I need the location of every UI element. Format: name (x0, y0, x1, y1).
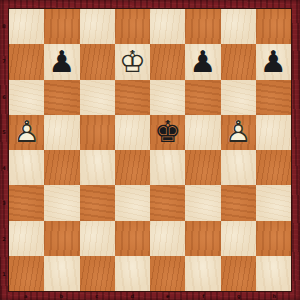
rank-label-7: 7 (0, 44, 8, 80)
square-d1[interactable] (115, 256, 150, 291)
file-label-g: g (221, 292, 257, 300)
square-c1[interactable] (80, 256, 115, 291)
black-pawn[interactable]: ♟ (44, 44, 79, 79)
square-g1[interactable] (221, 256, 256, 291)
file-label-e: e (150, 292, 186, 300)
square-e8[interactable] (150, 9, 185, 44)
square-e7[interactable] (150, 44, 185, 79)
square-d5[interactable] (115, 115, 150, 150)
square-h1[interactable] (256, 256, 291, 291)
square-f4[interactable] (185, 150, 220, 185)
square-c6[interactable] (80, 80, 115, 115)
file-label-a: a (8, 292, 44, 300)
square-g3[interactable] (221, 185, 256, 220)
square-h7[interactable]: ♟ (256, 44, 291, 79)
rank-label-8: 8 (0, 8, 8, 44)
square-f3[interactable] (185, 185, 220, 220)
square-h8[interactable] (256, 9, 291, 44)
square-f2[interactable] (185, 221, 220, 256)
square-f6[interactable] (185, 80, 220, 115)
white-pawn[interactable]: ♟ (9, 115, 44, 150)
square-a8[interactable] (9, 9, 44, 44)
square-f7[interactable]: ♟ (185, 44, 220, 79)
chess-board: ♟♚♟♟♟♚♟ (8, 8, 292, 292)
square-b5[interactable] (44, 115, 79, 150)
square-f1[interactable] (185, 256, 220, 291)
square-a1[interactable] (9, 256, 44, 291)
rank-labels: 87654321 (0, 8, 8, 292)
rank-label-1: 1 (0, 257, 8, 293)
square-d8[interactable] (115, 9, 150, 44)
square-g7[interactable] (221, 44, 256, 79)
square-e2[interactable] (150, 221, 185, 256)
square-b4[interactable] (44, 150, 79, 185)
file-label-h: h (257, 292, 293, 300)
square-b3[interactable] (44, 185, 79, 220)
square-d2[interactable] (115, 221, 150, 256)
file-label-b: b (44, 292, 80, 300)
square-e4[interactable] (150, 150, 185, 185)
square-e1[interactable] (150, 256, 185, 291)
file-labels: abcdefgh (8, 292, 292, 300)
square-h2[interactable] (256, 221, 291, 256)
square-h4[interactable] (256, 150, 291, 185)
chessboard-diagram: 87654321 abcdefgh ♟♚♟♟♟♚♟ (0, 0, 300, 300)
black-king[interactable]: ♚ (150, 115, 185, 150)
square-a5[interactable]: ♟ (9, 115, 44, 150)
file-label-d: d (115, 292, 151, 300)
square-e5[interactable]: ♚ (150, 115, 185, 150)
square-a6[interactable] (9, 80, 44, 115)
file-label-c: c (79, 292, 115, 300)
square-b8[interactable] (44, 9, 79, 44)
white-pawn[interactable]: ♟ (221, 115, 256, 150)
square-c5[interactable] (80, 115, 115, 150)
square-f8[interactable] (185, 9, 220, 44)
square-a3[interactable] (9, 185, 44, 220)
square-h3[interactable] (256, 185, 291, 220)
black-pawn[interactable]: ♟ (256, 44, 291, 79)
square-d6[interactable] (115, 80, 150, 115)
square-c3[interactable] (80, 185, 115, 220)
square-b1[interactable] (44, 256, 79, 291)
square-f5[interactable] (185, 115, 220, 150)
square-c7[interactable] (80, 44, 115, 79)
rank-label-3: 3 (0, 186, 8, 222)
square-g2[interactable] (221, 221, 256, 256)
rank-label-6: 6 (0, 79, 8, 115)
square-h5[interactable] (256, 115, 291, 150)
square-c2[interactable] (80, 221, 115, 256)
square-e6[interactable] (150, 80, 185, 115)
square-g5[interactable]: ♟ (221, 115, 256, 150)
black-pawn[interactable]: ♟ (185, 44, 220, 79)
rank-label-2: 2 (0, 221, 8, 257)
square-d4[interactable] (115, 150, 150, 185)
white-king[interactable]: ♚ (115, 44, 150, 79)
square-h6[interactable] (256, 80, 291, 115)
square-a4[interactable] (9, 150, 44, 185)
square-b6[interactable] (44, 80, 79, 115)
square-d7[interactable]: ♚ (115, 44, 150, 79)
square-g6[interactable] (221, 80, 256, 115)
square-b2[interactable] (44, 221, 79, 256)
square-d3[interactable] (115, 185, 150, 220)
square-c4[interactable] (80, 150, 115, 185)
square-a2[interactable] (9, 221, 44, 256)
rank-label-5: 5 (0, 115, 8, 151)
file-label-f: f (186, 292, 222, 300)
square-b7[interactable]: ♟ (44, 44, 79, 79)
square-g8[interactable] (221, 9, 256, 44)
square-g4[interactable] (221, 150, 256, 185)
square-e3[interactable] (150, 185, 185, 220)
rank-label-4: 4 (0, 150, 8, 186)
square-c8[interactable] (80, 9, 115, 44)
square-a7[interactable] (9, 44, 44, 79)
